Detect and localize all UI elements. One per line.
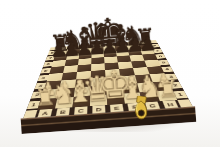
square-b5[interactable] (63, 65, 78, 73)
brass-clasp (130, 96, 152, 128)
white-king: ♚ (97, 65, 134, 105)
chess-set-photo-scene: ABCDEFGH8♜♞♝♛♚♝♞♜87♟♟♟♟♟♟♟♟7665544332♟♟♟… (0, 0, 220, 147)
square-h7[interactable]: ♟ (140, 48, 155, 54)
white-rook: ♜ (157, 77, 179, 101)
chess-board: ABCDEFGH8♜♞♝♛♚♝♞♜87♟♟♟♟♟♟♟♟7665544332♟♟♟… (23, 40, 192, 118)
square-h1[interactable]: ♜ (156, 90, 177, 101)
black-pawn: ♟ (138, 34, 157, 55)
square-a1[interactable]: ♜ (37, 98, 57, 110)
square-e1[interactable]: ♚ (107, 94, 125, 105)
board-3d-wrap: ABCDEFGH8♜♞♝♛♚♝♞♜87♟♟♟♟♟♟♟♟7665544332♟♟♟… (36, 1, 175, 140)
white-rook: ♜ (34, 86, 56, 110)
